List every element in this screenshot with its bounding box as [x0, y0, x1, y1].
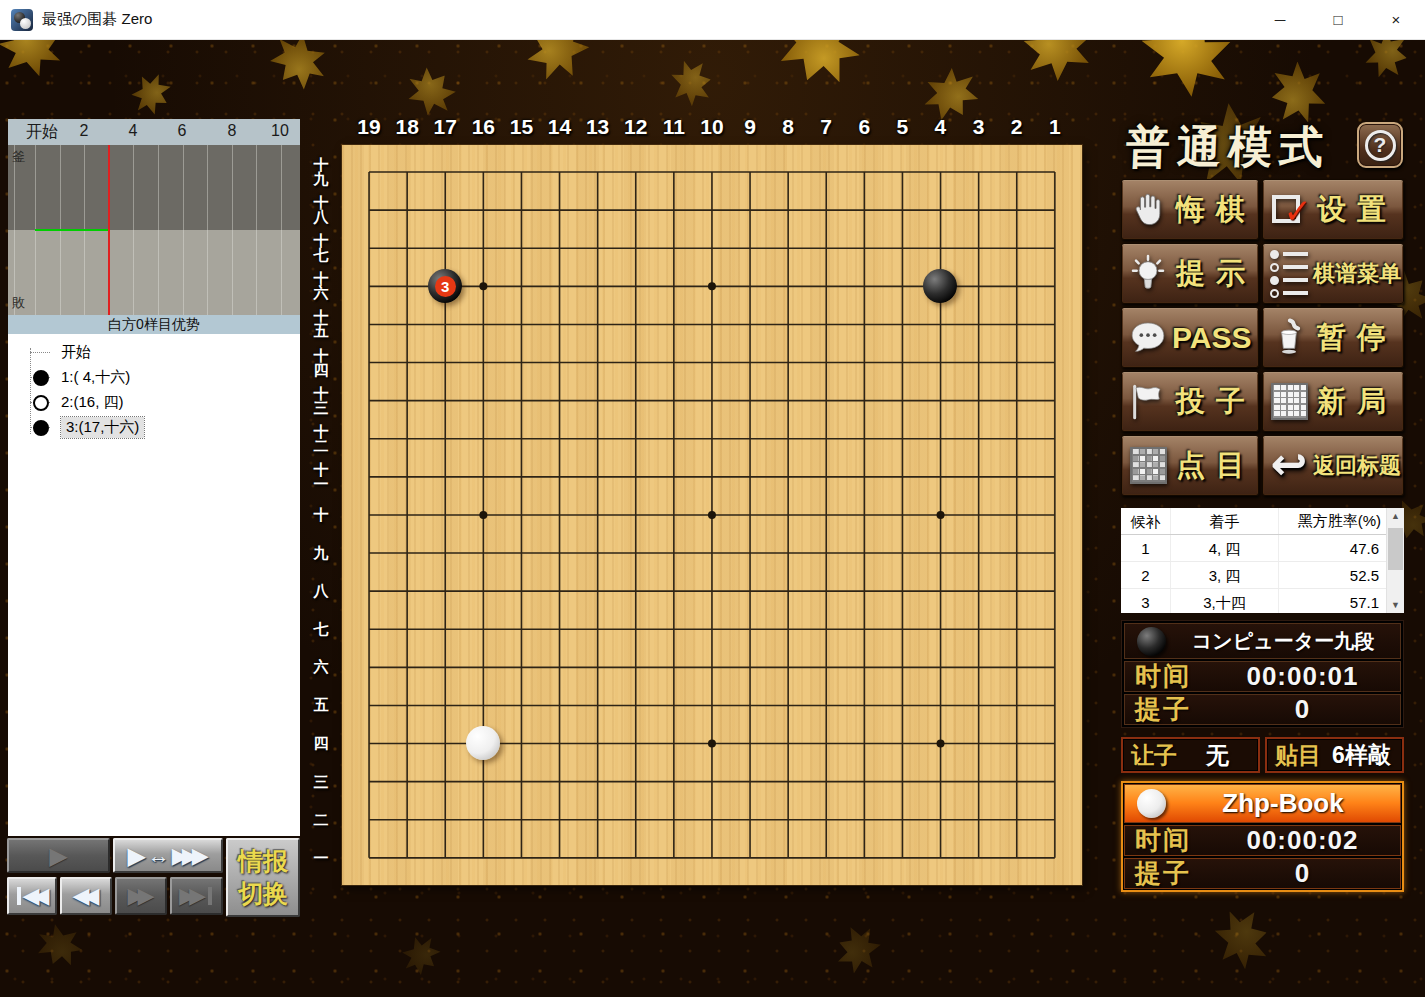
count-button[interactable]: 点目	[1121, 435, 1259, 496]
board-grid-icon	[1268, 381, 1310, 423]
move-item-3-selected[interactable]: 3:(17,十六)	[8, 415, 300, 440]
play-button[interactable]: ▶	[7, 838, 110, 873]
move-tree-root-row: 开始	[8, 340, 300, 365]
column-label: 4	[921, 115, 959, 139]
white-stone-icon	[33, 395, 49, 411]
board-row-labels: 十九十八十七十六十五十四十三十二十一十九八七六五四三二一	[303, 153, 339, 877]
autoplay-mode-button[interactable]: ▶↔▶▶▶	[113, 838, 223, 873]
maple-leaf	[831, 920, 889, 980]
column-label: 9	[731, 115, 769, 139]
graph-lose-label: 敗	[12, 294, 25, 312]
handicap-box: 让子 无	[1121, 737, 1260, 773]
back-to-title-button[interactable]: ↩ 返回标题	[1262, 435, 1404, 496]
button-label: 暂停	[1317, 318, 1397, 358]
maximize-button[interactable]: □	[1309, 0, 1367, 39]
row-label: 十七	[313, 234, 330, 262]
white-time-value: 00:00:02	[1217, 825, 1400, 856]
help-button[interactable]: ?	[1357, 122, 1403, 168]
column-label: 6	[845, 115, 883, 139]
rewind-button[interactable]: ◀◀	[60, 877, 112, 915]
column-label: 18	[388, 115, 426, 139]
title-bar: 最强の围碁 Zero ─ □ ×	[0, 0, 1425, 40]
list-icon	[1268, 253, 1310, 295]
komi-label: 贴目	[1267, 740, 1321, 771]
row-label: 二	[313, 813, 330, 827]
graph-tick: 6	[178, 122, 187, 140]
button-label: 棋谱菜单	[1313, 259, 1401, 289]
row-label: 十九	[313, 158, 330, 186]
black-stone-icon	[1137, 627, 1166, 656]
column-label: 15	[502, 115, 540, 139]
button-label: 新局	[1317, 382, 1397, 422]
white-captures-value: 0	[1217, 858, 1400, 889]
time-label: 时间	[1125, 659, 1217, 694]
black-player-name: コンピューター九段	[1166, 628, 1400, 655]
column-label: 3	[960, 115, 998, 139]
move-item-1[interactable]: 1:( 4,十六)	[8, 365, 300, 390]
scroll-up-icon[interactable]: ▲	[1387, 508, 1404, 524]
row-label: 十	[313, 508, 330, 522]
pause-button[interactable]: 暂停	[1262, 307, 1404, 368]
current-move-cursor	[108, 145, 110, 315]
minimize-button[interactable]: ─	[1251, 0, 1309, 39]
maple-leaf	[665, 57, 715, 110]
maple-leaf	[393, 927, 447, 981]
skip-to-end-button[interactable]: ▶▶	[170, 877, 223, 915]
black-time-value: 00:00:01	[1217, 661, 1400, 692]
row-label: 十四	[313, 349, 330, 377]
resign-button[interactable]: 投子	[1121, 371, 1259, 432]
captures-label: 提子	[1125, 692, 1217, 727]
column-label: 2	[998, 115, 1036, 139]
app-icon	[11, 9, 33, 31]
settings-button[interactable]: ✓ 设置	[1262, 179, 1404, 240]
forward-button[interactable]: ▶▶	[115, 877, 167, 915]
column-label: 7	[807, 115, 845, 139]
row-label: 十二	[313, 425, 330, 453]
row-label: 五	[313, 698, 330, 712]
row-label: 六	[313, 660, 330, 674]
count-grid-icon	[1127, 445, 1169, 487]
button-label: PASS	[1172, 321, 1251, 355]
move-number-marker: 3	[435, 276, 456, 297]
handicap-value: 无	[1177, 740, 1258, 771]
move-item-label: 3:(17,十六)	[61, 417, 144, 438]
black-captures-value: 0	[1217, 694, 1400, 725]
row-label: 一	[313, 851, 330, 865]
candidate-row[interactable]: 1 4, 四 47.6	[1121, 535, 1386, 562]
hand-icon	[1127, 189, 1169, 231]
graph-tick: 开始	[26, 122, 58, 143]
column-label: 5	[883, 115, 921, 139]
button-label: 返回标题	[1313, 451, 1401, 481]
flag-icon	[1127, 381, 1169, 423]
move-item-label: 2:(16, 四)	[61, 393, 124, 412]
white-stone-icon	[1137, 789, 1166, 818]
move-tree-root[interactable]: 开始	[61, 343, 91, 362]
graph-tick: 2	[80, 122, 89, 140]
button-label: 设置	[1317, 190, 1397, 230]
button-label: 投子	[1176, 382, 1256, 422]
maple-leaf	[31, 916, 89, 971]
maple-leaf	[123, 65, 177, 121]
window-title: 最强の围碁 Zero	[42, 10, 152, 29]
undo-button[interactable]: 悔棋	[1121, 179, 1259, 240]
row-label: 十六	[313, 272, 330, 300]
row-label: 十五	[313, 310, 330, 338]
black-player-panel: コンピューター九段 时间 00:00:01 提子 0	[1121, 620, 1404, 728]
table-header: 候补 着手 黑方胜率(%)	[1121, 508, 1386, 535]
hint-button[interactable]: 提示	[1121, 243, 1259, 304]
skip-to-start-button[interactable]: ◀◀	[7, 877, 57, 915]
candidate-row[interactable]: 2 3, 四 52.5	[1121, 562, 1386, 589]
column-label: 11	[655, 115, 693, 139]
button-label: 提示	[1176, 254, 1256, 294]
column-label: 19	[350, 115, 388, 139]
go-stone-white	[466, 726, 500, 760]
row-label: 十一	[313, 463, 330, 491]
column-label: 8	[769, 115, 807, 139]
mode-title: 普通模式	[1125, 118, 1355, 174]
row-label: 四	[313, 736, 330, 750]
winrate-line	[35, 229, 109, 231]
close-button[interactable]: ×	[1367, 0, 1425, 39]
return-arrow-icon: ↩	[1268, 445, 1310, 487]
graph-tick: 4	[129, 122, 138, 140]
board-column-labels: 19181716151413121110987654321	[350, 112, 1074, 142]
go-stone-black: 3	[428, 269, 462, 303]
game-settings-row: 让子 无 贴目 6样敲	[1121, 737, 1404, 773]
lightbulb-icon	[1127, 253, 1169, 295]
column-label: 12	[617, 115, 655, 139]
move-tree-panel: 开始 1:( 4,十六) 2:(16, 四) 3:(17,十六)	[8, 334, 300, 836]
go-board[interactable]: 3	[342, 145, 1082, 885]
stones-layer: 3	[342, 145, 1082, 885]
scrollbar-thumb[interactable]	[1388, 528, 1403, 570]
column-label: 1	[1036, 115, 1074, 139]
black-stone-icon	[33, 420, 49, 436]
candidate-row[interactable]: 3 3,十四 57.1	[1121, 589, 1386, 613]
speech-bubble-icon	[1127, 317, 1169, 359]
black-stone-icon	[33, 370, 49, 386]
captures-label: 提子	[1125, 856, 1217, 891]
graph-tick: 10	[271, 122, 289, 140]
row-label: 八	[313, 584, 330, 598]
new-game-button[interactable]: 新局	[1262, 371, 1404, 432]
row-label: 七	[313, 622, 330, 636]
info-toggle-button[interactable]: 情报切换	[226, 838, 300, 917]
row-label: 九	[313, 546, 330, 560]
button-label: 悔棋	[1176, 190, 1256, 230]
teacup-icon	[1268, 317, 1310, 359]
time-label: 时间	[1125, 823, 1217, 858]
pass-button[interactable]: PASS	[1121, 307, 1259, 368]
scroll-down-icon[interactable]: ▼	[1387, 597, 1404, 613]
go-stone-black	[923, 269, 957, 303]
checkbox-icon: ✓	[1268, 189, 1310, 231]
winrate-graph-header: 开始 2 4 6 8 10	[8, 119, 300, 145]
row-label: 十三	[313, 387, 330, 415]
column-label: 10	[693, 115, 731, 139]
winrate-graph: 釜 敗	[8, 145, 300, 315]
evaluation-status-bar: 白方0样目优势	[8, 315, 300, 334]
column-label: 13	[579, 115, 617, 139]
column-label: 17	[426, 115, 464, 139]
graph-tick: 8	[228, 122, 237, 140]
graph-win-label: 釜	[12, 148, 25, 166]
row-label: 十八	[313, 196, 330, 224]
column-label: 16	[464, 115, 502, 139]
move-item-2[interactable]: 2:(16, 四)	[8, 390, 300, 415]
maple-leaf	[1206, 903, 1275, 975]
handicap-label: 让子	[1123, 740, 1177, 771]
candidate-moves-table: 候补 着手 黑方胜率(%) 1 4, 四 47.6 2 3, 四 52.5 3 …	[1121, 508, 1404, 613]
question-mark-icon: ?	[1365, 130, 1396, 161]
komi-box: 贴目 6样敲	[1265, 737, 1404, 773]
table-scrollbar[interactable]: ▲ ▼	[1386, 508, 1404, 613]
white-player-name: Zhp-Book	[1166, 788, 1400, 819]
white-player-panel-active: Zhp-Book 时间 00:00:02 提子 0	[1121, 781, 1404, 892]
playback-controls: ▶ ▶↔▶▶▶ 情报切换 ◀◀ ◀◀ ▶▶ ▶▶	[5, 836, 301, 918]
command-buttons: 悔棋 ✓ 设置 提示	[1121, 179, 1404, 496]
row-label: 三	[313, 775, 330, 789]
button-label: 点目	[1176, 446, 1256, 486]
kifu-menu-button[interactable]: 棋谱菜单	[1262, 243, 1404, 304]
move-item-label: 1:( 4,十六)	[61, 368, 130, 387]
column-label: 14	[540, 115, 578, 139]
komi-value: 6样敲	[1321, 740, 1402, 771]
